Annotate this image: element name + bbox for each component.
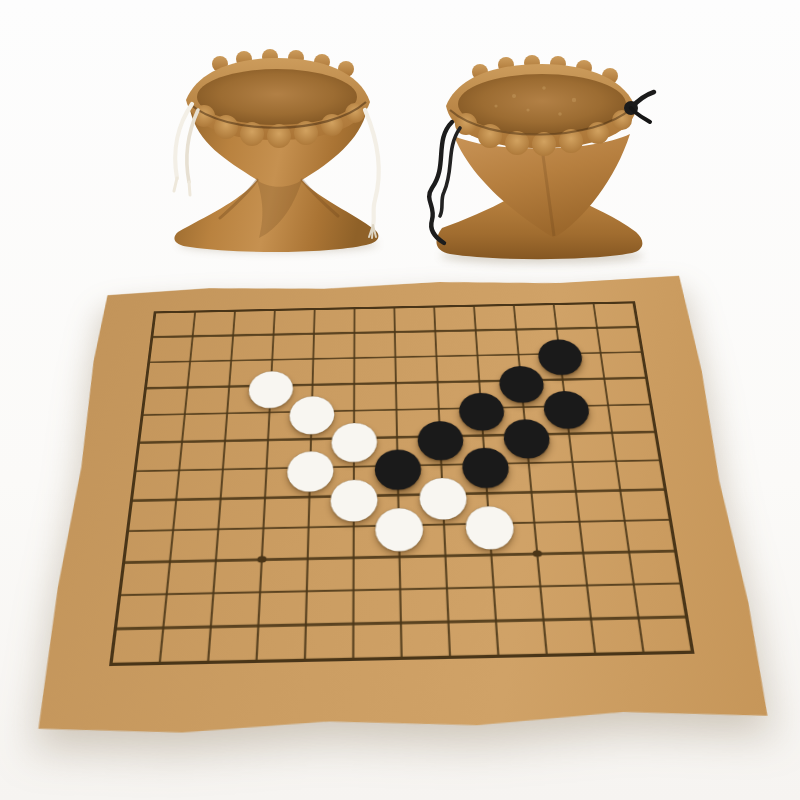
- go-set-product-photo: ●●●●●●●●●●●●●●●●: [0, 0, 800, 800]
- board-intersection[interactable]: [374, 295, 414, 320]
- board-intersection[interactable]: [636, 445, 685, 475]
- board-intersection[interactable]: [192, 544, 240, 577]
- board-intersection[interactable]: [665, 633, 719, 669]
- board-intersection[interactable]: [592, 446, 640, 476]
- board-intersection[interactable]: [238, 543, 286, 576]
- board-intersection[interactable]: [559, 537, 609, 570]
- board-intersection[interactable]: [375, 319, 416, 345]
- board-intersection[interactable]: ●: [332, 481, 377, 512]
- board-intersection[interactable]: [562, 568, 613, 602]
- board-intersection[interactable]: ●: [290, 398, 333, 426]
- board-intersection[interactable]: [120, 401, 166, 429]
- board-intersection[interactable]: [156, 455, 203, 485]
- board-intersection[interactable]: [284, 542, 331, 575]
- board-intersection[interactable]: [162, 400, 207, 428]
- board-intersection[interactable]: [116, 428, 163, 457]
- board-intersection[interactable]: [200, 454, 246, 484]
- board-intersection[interactable]: ●: [332, 424, 375, 453]
- white-stone[interactable]: ●: [376, 509, 422, 541]
- board-intersection[interactable]: [615, 314, 660, 340]
- board-intersection[interactable]: [473, 637, 524, 673]
- board-intersection[interactable]: [619, 339, 664, 365]
- go-board-grid: ●●●●●●●●●●●●●●●●: [85, 290, 719, 682]
- board-intersection[interactable]: [617, 634, 670, 670]
- board-intersection[interactable]: [416, 343, 458, 369]
- board-intersection[interactable]: [424, 604, 473, 639]
- board-intersection[interactable]: [377, 640, 426, 676]
- board-intersection[interactable]: [145, 545, 194, 578]
- board-intersection[interactable]: [138, 610, 189, 645]
- board-intersection[interactable]: [516, 569, 566, 603]
- star-point: [532, 550, 542, 557]
- board-intersection[interactable]: [194, 513, 242, 545]
- board-intersection[interactable]: [134, 645, 186, 682]
- board-intersection[interactable]: [253, 322, 295, 348]
- board-intersection[interactable]: [471, 603, 521, 638]
- board-intersection[interactable]: [183, 644, 234, 681]
- board-intersection[interactable]: [142, 577, 192, 611]
- black-stone[interactable]: ●: [376, 450, 420, 480]
- board-intersection[interactable]: [334, 296, 374, 321]
- board-intersection[interactable]: [549, 447, 596, 477]
- board-intersection[interactable]: [152, 484, 199, 515]
- board-intersection[interactable]: [493, 293, 535, 318]
- board-intersection[interactable]: [112, 456, 159, 486]
- board-intersection[interactable]: [415, 318, 457, 344]
- white-stone[interactable]: ●: [288, 452, 332, 482]
- board-intersection[interactable]: [286, 511, 332, 543]
- white-stone[interactable]: ●: [332, 423, 375, 452]
- board-intersection[interactable]: [165, 374, 209, 401]
- board-intersection[interactable]: [242, 482, 288, 513]
- board-intersection[interactable]: [423, 571, 471, 605]
- board-intersection[interactable]: ●: [288, 453, 332, 483]
- board-intersection[interactable]: [640, 474, 689, 505]
- board-intersection[interactable]: [333, 370, 375, 397]
- board-intersection[interactable]: [236, 575, 284, 609]
- board-intersection[interactable]: [600, 505, 650, 537]
- board-intersection[interactable]: [612, 290, 656, 315]
- board-intersection[interactable]: ●: [466, 508, 513, 540]
- board-intersection[interactable]: [130, 324, 174, 350]
- board-intersection[interactable]: ●: [376, 451, 420, 481]
- board-intersection[interactable]: [283, 574, 331, 608]
- board-intersection[interactable]: [234, 608, 283, 643]
- star-point: [257, 556, 267, 563]
- board-intersection[interactable]: [294, 297, 335, 322]
- board-intersection[interactable]: [149, 514, 197, 546]
- board-intersection[interactable]: [189, 576, 238, 610]
- stone-pouches: [0, 0, 800, 280]
- board-intersection[interactable]: [331, 541, 377, 574]
- board-intersection[interactable]: [655, 566, 707, 600]
- board-intersection[interactable]: [123, 375, 168, 402]
- board-intersection[interactable]: [627, 390, 674, 418]
- board-intersection[interactable]: [375, 344, 417, 370]
- board-intersection[interactable]: [292, 346, 334, 372]
- board-intersection[interactable]: [425, 638, 475, 674]
- board-intersection[interactable]: [329, 606, 377, 641]
- board-intersection[interactable]: [214, 299, 256, 324]
- board-intersection[interactable]: ●: [376, 510, 422, 542]
- board-intersection[interactable]: [254, 298, 295, 323]
- board-intersection[interactable]: [282, 607, 330, 642]
- board-intersection[interactable]: [521, 636, 573, 672]
- board-intersection[interactable]: [85, 646, 138, 683]
- board-intersection[interactable]: [608, 567, 659, 601]
- board-intersection[interactable]: [589, 418, 636, 447]
- board-intersection[interactable]: [334, 345, 375, 371]
- white-stone[interactable]: ●: [332, 480, 377, 511]
- board-intersection[interactable]: [103, 515, 152, 547]
- board-intersection[interactable]: [90, 611, 142, 646]
- board-intersection[interactable]: [134, 300, 177, 325]
- board-intersection[interactable]: [660, 599, 713, 634]
- board-intersection[interactable]: [613, 600, 665, 635]
- board-intersection[interactable]: [212, 323, 254, 349]
- board-intersection[interactable]: [329, 641, 378, 677]
- board-intersection[interactable]: [334, 320, 375, 346]
- board-intersection[interactable]: [159, 427, 205, 456]
- white-stone[interactable]: ●: [290, 397, 333, 425]
- board-cloth-fabric: ●●●●●●●●●●●●●●●●: [34, 276, 772, 737]
- board-intersection[interactable]: [174, 299, 216, 324]
- board-intersection[interactable]: [377, 572, 424, 606]
- board-intersection[interactable]: [375, 396, 418, 424]
- board-intersection[interactable]: [518, 602, 569, 637]
- board-intersection[interactable]: [455, 318, 497, 344]
- board-intersection[interactable]: [604, 536, 654, 569]
- board-intersection[interactable]: [552, 476, 600, 507]
- board-intersection[interactable]: [566, 601, 618, 636]
- stone-pouch-left: [174, 49, 379, 252]
- board-intersection[interactable]: [231, 643, 281, 679]
- board-intersection[interactable]: [127, 349, 171, 375]
- board-intersection[interactable]: [469, 570, 518, 604]
- board-intersection[interactable]: [108, 485, 156, 516]
- board-intersection[interactable]: [330, 573, 377, 607]
- white-stone[interactable]: ●: [466, 507, 513, 539]
- black-stone[interactable]: ●: [462, 448, 508, 478]
- board-intersection[interactable]: [293, 321, 334, 347]
- board-intersection[interactable]: [202, 426, 247, 455]
- go-board-cloth: ●●●●●●●●●●●●●●●●: [34, 276, 772, 737]
- board-intersection[interactable]: [623, 364, 669, 391]
- board-intersection[interactable]: [533, 292, 576, 317]
- board-intersection[interactable]: [569, 635, 622, 671]
- board-intersection[interactable]: [197, 483, 244, 514]
- board-intersection[interactable]: [168, 348, 212, 374]
- board-intersection[interactable]: [645, 504, 695, 536]
- board-intersection[interactable]: [513, 538, 562, 571]
- board-intersection[interactable]: [414, 294, 455, 319]
- board-intersection[interactable]: [596, 475, 645, 506]
- board-intersection[interactable]: [94, 578, 145, 612]
- board-intersection[interactable]: ●: [462, 449, 508, 479]
- stone-pouch-right: [429, 55, 654, 264]
- board-intersection[interactable]: [99, 546, 149, 579]
- board-intersection[interactable]: [377, 605, 425, 640]
- board-intersection[interactable]: [572, 291, 615, 316]
- board-intersection[interactable]: [375, 369, 417, 396]
- board-intersection[interactable]: [171, 323, 214, 349]
- board-intersection[interactable]: [453, 294, 495, 319]
- board-intersection[interactable]: [631, 418, 679, 447]
- board-intersection[interactable]: [280, 642, 329, 678]
- board-intersection[interactable]: [650, 535, 701, 568]
- board-intersection[interactable]: [186, 609, 236, 644]
- board-intersection[interactable]: [555, 506, 604, 538]
- board-intersection[interactable]: [240, 512, 287, 544]
